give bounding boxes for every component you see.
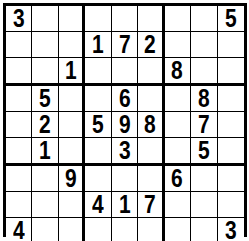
cell-r7c8[interactable] <box>191 166 217 192</box>
given-digit: 9 <box>65 166 77 191</box>
given-digit: 6 <box>119 86 131 111</box>
given-digit: 7 <box>198 112 210 137</box>
cell-r9c6[interactable] <box>138 218 164 241</box>
cell-r2c5[interactable]: 7 <box>112 32 138 58</box>
given-digit: 4 <box>92 192 104 217</box>
cell-r5c2[interactable]: 2 <box>32 112 58 138</box>
given-digit: 8 <box>144 112 156 137</box>
given-digit: 6 <box>172 166 184 191</box>
cell-r5c9[interactable] <box>218 112 244 138</box>
cell-r5c7[interactable] <box>165 112 191 138</box>
given-digit: 5 <box>198 138 210 163</box>
cell-r7c6[interactable] <box>138 166 164 192</box>
cell-r3c4[interactable] <box>85 58 111 86</box>
cell-r9c5[interactable] <box>112 218 138 241</box>
cell-r3c7[interactable]: 8 <box>165 58 191 86</box>
cell-r8c8[interactable] <box>191 192 217 218</box>
cell-r3c8[interactable] <box>191 58 217 86</box>
cell-r8c4[interactable]: 4 <box>85 192 111 218</box>
cell-r5c6[interactable]: 8 <box>138 112 164 138</box>
cell-r3c2[interactable] <box>32 58 58 86</box>
cell-r1c9[interactable]: 5 <box>218 6 244 32</box>
given-digit: 8 <box>198 86 210 111</box>
cell-r4c2[interactable]: 5 <box>32 86 58 112</box>
given-digit: 8 <box>172 58 184 83</box>
cell-r4c5[interactable]: 6 <box>112 86 138 112</box>
cell-r9c4[interactable] <box>85 218 111 241</box>
cell-r2c7[interactable] <box>165 32 191 58</box>
cell-r8c1[interactable] <box>6 192 32 218</box>
given-digit: 5 <box>39 86 51 111</box>
given-digit: 4 <box>13 218 25 241</box>
cell-r4c1[interactable] <box>6 86 32 112</box>
given-digit: 9 <box>119 112 131 137</box>
cell-r3c1[interactable] <box>6 58 32 86</box>
cell-r2c2[interactable] <box>32 32 58 58</box>
given-digit: 5 <box>92 112 104 137</box>
given-digit: 1 <box>119 192 131 217</box>
cell-r8c9[interactable] <box>218 192 244 218</box>
cell-r8c7[interactable] <box>165 192 191 218</box>
sudoku-board: 3517218568259871359641743 <box>3 3 247 237</box>
cell-r3c6[interactable] <box>138 58 164 86</box>
cell-r6c9[interactable] <box>218 138 244 166</box>
given-digit: 1 <box>65 58 77 83</box>
cell-r3c9[interactable] <box>218 58 244 86</box>
cell-r6c6[interactable] <box>138 138 164 166</box>
cell-r5c8[interactable]: 7 <box>191 112 217 138</box>
given-digit: 2 <box>144 32 156 57</box>
given-digit: 3 <box>119 138 131 163</box>
cell-r7c2[interactable] <box>32 166 58 192</box>
cell-r7c7[interactable]: 6 <box>165 166 191 192</box>
cell-r4c8[interactable]: 8 <box>191 86 217 112</box>
given-digit: 5 <box>225 6 237 31</box>
given-digit: 1 <box>92 32 104 57</box>
cell-r6c1[interactable] <box>6 138 32 166</box>
cell-r9c7[interactable] <box>165 218 191 241</box>
cell-r8c6[interactable]: 7 <box>138 192 164 218</box>
cell-r2c4[interactable]: 1 <box>85 32 111 58</box>
cell-r1c8[interactable] <box>191 6 217 32</box>
cell-r5c3[interactable] <box>59 112 85 138</box>
cell-r9c3[interactable] <box>59 218 85 241</box>
cell-r2c8[interactable] <box>191 32 217 58</box>
given-digit: 3 <box>13 6 25 31</box>
cell-r1c2[interactable] <box>32 6 58 32</box>
cell-r2c6[interactable]: 2 <box>138 32 164 58</box>
cell-r7c5[interactable] <box>112 166 138 192</box>
given-digit: 2 <box>39 112 51 137</box>
cell-r9c2[interactable] <box>32 218 58 241</box>
cell-r8c2[interactable] <box>32 192 58 218</box>
cell-r2c1[interactable] <box>6 32 32 58</box>
cell-r9c8[interactable] <box>191 218 217 241</box>
cell-r3c3[interactable]: 1 <box>59 58 85 86</box>
cell-r9c9[interactable]: 3 <box>218 218 244 241</box>
given-digit: 1 <box>39 138 51 163</box>
cell-r5c1[interactable] <box>6 112 32 138</box>
cell-r7c4[interactable] <box>85 166 111 192</box>
given-digit: 7 <box>119 32 131 57</box>
cell-r4c7[interactable] <box>165 86 191 112</box>
cell-r1c1[interactable]: 3 <box>6 6 32 32</box>
given-digit: 7 <box>144 192 156 217</box>
cell-r7c3[interactable]: 9 <box>59 166 85 192</box>
cell-r4c9[interactable] <box>218 86 244 112</box>
cell-r7c1[interactable] <box>6 166 32 192</box>
cell-r2c3[interactable] <box>59 32 85 58</box>
cell-r1c4[interactable] <box>85 6 111 32</box>
cell-r5c4[interactable]: 5 <box>85 112 111 138</box>
cell-r6c5[interactable]: 3 <box>112 138 138 166</box>
cell-r6c7[interactable] <box>165 138 191 166</box>
cell-r2c9[interactable] <box>218 32 244 58</box>
cell-r1c7[interactable] <box>165 6 191 32</box>
cell-r8c5[interactable]: 1 <box>112 192 138 218</box>
cell-r9c1[interactable]: 4 <box>6 218 32 241</box>
cell-r4c6[interactable] <box>138 86 164 112</box>
given-digit: 3 <box>225 218 237 241</box>
cell-r8c3[interactable] <box>59 192 85 218</box>
cell-r6c3[interactable] <box>59 138 85 166</box>
cell-r6c4[interactable] <box>85 138 111 166</box>
cell-r6c2[interactable]: 1 <box>32 138 58 166</box>
cell-r7c9[interactable] <box>218 166 244 192</box>
cell-r1c6[interactable] <box>138 6 164 32</box>
cell-r6c8[interactable]: 5 <box>191 138 217 166</box>
cell-r1c5[interactable] <box>112 6 138 32</box>
cell-r4c4[interactable] <box>85 86 111 112</box>
cell-r3c5[interactable] <box>112 58 138 86</box>
cell-r4c3[interactable] <box>59 86 85 112</box>
cell-r1c3[interactable] <box>59 6 85 32</box>
cell-r5c5[interactable]: 9 <box>112 112 138 138</box>
